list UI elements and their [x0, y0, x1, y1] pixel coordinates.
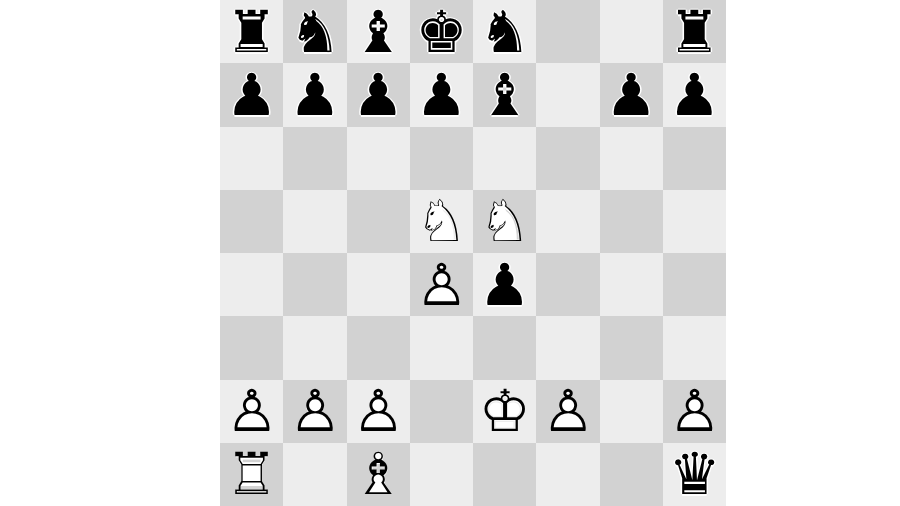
square-f2[interactable]: ♟♙ [536, 380, 599, 443]
square-b4[interactable] [283, 253, 346, 316]
square-e1[interactable] [473, 443, 536, 506]
square-h4[interactable] [663, 253, 726, 316]
square-f4[interactable] [536, 253, 599, 316]
white-pawn-outline: ♙ [415, 256, 467, 314]
white-knight-outline: ♘ [479, 192, 531, 250]
white-pawn-outline: ♙ [668, 382, 720, 440]
square-b7[interactable]: ♟ [283, 63, 346, 126]
black-knight-piece[interactable]: ♞ [283, 0, 346, 63]
square-e2[interactable]: ♚♔ [473, 380, 536, 443]
square-g7[interactable]: ♟ [600, 63, 663, 126]
white-pawn-outline: ♙ [352, 382, 404, 440]
white-pawn-piece[interactable]: ♟♙ [283, 380, 346, 443]
square-f3[interactable] [536, 316, 599, 379]
square-d7[interactable]: ♟ [410, 63, 473, 126]
square-h6[interactable] [663, 127, 726, 190]
square-d4[interactable]: ♟♙ [410, 253, 473, 316]
square-b8[interactable]: ♞ [283, 0, 346, 63]
square-a8[interactable]: ♜ [220, 0, 283, 63]
chess-board: ♜♞♝♚♞♜♟♟♟♟♝♟♟♞♘♞♘♟♙♟♟♙♟♙♟♙♚♔♟♙♟♙♜♖♝♗♛ [220, 0, 726, 506]
black-bishop-piece[interactable]: ♝ [347, 0, 410, 63]
white-king-outline: ♔ [479, 382, 531, 440]
square-e8[interactable]: ♞ [473, 0, 536, 63]
white-pawn-outline: ♙ [226, 382, 278, 440]
square-c4[interactable] [347, 253, 410, 316]
square-g8[interactable] [600, 0, 663, 63]
page-background: ♜♞♝♚♞♜♟♟♟♟♝♟♟♞♘♞♘♟♙♟♟♙♟♙♟♙♚♔♟♙♟♙♜♖♝♗♛ [0, 0, 900, 506]
square-c5[interactable] [347, 190, 410, 253]
square-d1[interactable] [410, 443, 473, 506]
square-f1[interactable] [536, 443, 599, 506]
square-f5[interactable] [536, 190, 599, 253]
square-e4[interactable]: ♟ [473, 253, 536, 316]
square-g4[interactable] [600, 253, 663, 316]
square-a6[interactable] [220, 127, 283, 190]
square-b5[interactable] [283, 190, 346, 253]
square-d3[interactable] [410, 316, 473, 379]
white-pawn-outline: ♙ [542, 382, 594, 440]
square-c2[interactable]: ♟♙ [347, 380, 410, 443]
square-a7[interactable]: ♟ [220, 63, 283, 126]
square-f8[interactable] [536, 0, 599, 63]
square-c3[interactable] [347, 316, 410, 379]
square-e7[interactable]: ♝ [473, 63, 536, 126]
black-pawn-piece[interactable]: ♟ [347, 63, 410, 126]
square-a2[interactable]: ♟♙ [220, 380, 283, 443]
square-c8[interactable]: ♝ [347, 0, 410, 63]
white-pawn-piece[interactable]: ♟♙ [347, 380, 410, 443]
black-pawn-piece[interactable]: ♟ [410, 63, 473, 126]
square-g1[interactable] [600, 443, 663, 506]
square-f6[interactable] [536, 127, 599, 190]
square-b6[interactable] [283, 127, 346, 190]
white-pawn-outline: ♙ [289, 382, 341, 440]
square-b1[interactable] [283, 443, 346, 506]
white-pawn-piece[interactable]: ♟♙ [220, 380, 283, 443]
square-d8[interactable]: ♚ [410, 0, 473, 63]
white-rook-piece[interactable]: ♜♖ [220, 443, 283, 506]
square-h8[interactable]: ♜ [663, 0, 726, 63]
black-pawn-piece[interactable]: ♟ [663, 63, 726, 126]
square-g3[interactable] [600, 316, 663, 379]
square-g5[interactable] [600, 190, 663, 253]
square-c1[interactable]: ♝♗ [347, 443, 410, 506]
black-rook-piece[interactable]: ♜ [663, 0, 726, 63]
square-c7[interactable]: ♟ [347, 63, 410, 126]
square-h5[interactable] [663, 190, 726, 253]
white-knight-piece[interactable]: ♞♘ [410, 190, 473, 253]
white-pawn-piece[interactable]: ♟♙ [663, 380, 726, 443]
square-g2[interactable] [600, 380, 663, 443]
black-king-piece[interactable]: ♚ [410, 0, 473, 63]
square-d5[interactable]: ♞♘ [410, 190, 473, 253]
black-pawn-piece[interactable]: ♟ [600, 63, 663, 126]
white-bishop-outline: ♗ [352, 445, 404, 503]
square-g6[interactable] [600, 127, 663, 190]
square-c6[interactable] [347, 127, 410, 190]
black-knight-piece[interactable]: ♞ [473, 0, 536, 63]
square-f7[interactable] [536, 63, 599, 126]
square-b2[interactable]: ♟♙ [283, 380, 346, 443]
black-pawn-piece[interactable]: ♟ [473, 253, 536, 316]
square-a3[interactable] [220, 316, 283, 379]
square-e6[interactable] [473, 127, 536, 190]
white-rook-outline: ♖ [226, 445, 278, 503]
square-h1[interactable]: ♛ [663, 443, 726, 506]
black-pawn-piece[interactable]: ♟ [283, 63, 346, 126]
white-pawn-piece[interactable]: ♟♙ [410, 253, 473, 316]
square-h7[interactable]: ♟ [663, 63, 726, 126]
black-bishop-piece[interactable]: ♝ [473, 63, 536, 126]
black-rook-piece[interactable]: ♜ [220, 0, 283, 63]
black-pawn-piece[interactable]: ♟ [220, 63, 283, 126]
square-e3[interactable] [473, 316, 536, 379]
square-d2[interactable] [410, 380, 473, 443]
square-a1[interactable]: ♜♖ [220, 443, 283, 506]
white-pawn-piece[interactable]: ♟♙ [536, 380, 599, 443]
white-king-piece[interactable]: ♚♔ [473, 380, 536, 443]
white-knight-piece[interactable]: ♞♘ [473, 190, 536, 253]
square-b3[interactable] [283, 316, 346, 379]
square-e5[interactable]: ♞♘ [473, 190, 536, 253]
square-a4[interactable] [220, 253, 283, 316]
square-h2[interactable]: ♟♙ [663, 380, 726, 443]
square-d6[interactable] [410, 127, 473, 190]
white-knight-outline: ♘ [415, 192, 467, 250]
square-h3[interactable] [663, 316, 726, 379]
square-a5[interactable] [220, 190, 283, 253]
white-bishop-piece[interactable]: ♝♗ [347, 443, 410, 506]
black-queen-piece[interactable]: ♛ [663, 443, 726, 506]
